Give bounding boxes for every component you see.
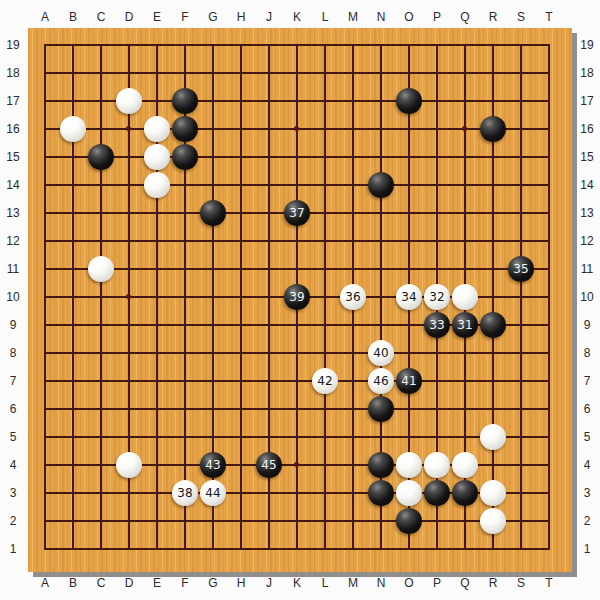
intersection-H1[interactable] — [227, 535, 255, 563]
stone-black-P9-move-33[interactable]: 33 — [424, 312, 450, 338]
intersection-F17[interactable] — [171, 87, 199, 115]
intersection-O8[interactable] — [395, 339, 423, 367]
intersection-M15[interactable] — [339, 143, 367, 171]
intersection-T11[interactable] — [535, 255, 563, 283]
intersection-M13[interactable] — [339, 199, 367, 227]
intersection-O15[interactable] — [395, 143, 423, 171]
intersection-S6[interactable] — [507, 395, 535, 423]
intersection-G8[interactable] — [199, 339, 227, 367]
stone-white-R5[interactable] — [480, 424, 506, 450]
intersection-O6[interactable] — [395, 395, 423, 423]
intersection-J16[interactable] — [255, 115, 283, 143]
intersection-D11[interactable] — [115, 255, 143, 283]
intersection-T8[interactable] — [535, 339, 563, 367]
intersection-A7[interactable] — [31, 367, 59, 395]
intersection-Q4[interactable] — [451, 451, 479, 479]
intersection-K7[interactable] — [283, 367, 311, 395]
intersection-D12[interactable] — [115, 227, 143, 255]
intersection-O10[interactable]: 34 — [395, 283, 423, 311]
intersection-H11[interactable] — [227, 255, 255, 283]
intersection-F11[interactable] — [171, 255, 199, 283]
intersection-A3[interactable] — [31, 479, 59, 507]
intersection-T12[interactable] — [535, 227, 563, 255]
intersection-Q7[interactable] — [451, 367, 479, 395]
intersection-F13[interactable] — [171, 199, 199, 227]
intersection-S15[interactable] — [507, 143, 535, 171]
intersection-D14[interactable] — [115, 171, 143, 199]
intersection-K19[interactable] — [283, 31, 311, 59]
intersection-B8[interactable] — [59, 339, 87, 367]
intersection-Q13[interactable] — [451, 199, 479, 227]
intersection-P10[interactable]: 32 — [423, 283, 451, 311]
intersection-J8[interactable] — [255, 339, 283, 367]
intersection-P4[interactable] — [423, 451, 451, 479]
intersection-F12[interactable] — [171, 227, 199, 255]
stone-black-Q3[interactable] — [452, 480, 478, 506]
intersection-P12[interactable] — [423, 227, 451, 255]
intersection-R10[interactable] — [479, 283, 507, 311]
intersection-H15[interactable] — [227, 143, 255, 171]
intersection-B11[interactable] — [59, 255, 87, 283]
intersection-C19[interactable] — [87, 31, 115, 59]
intersection-S8[interactable] — [507, 339, 535, 367]
stone-white-L7-move-42[interactable]: 42 — [312, 368, 338, 394]
intersection-C2[interactable] — [87, 507, 115, 535]
intersection-D13[interactable] — [115, 199, 143, 227]
intersection-J5[interactable] — [255, 423, 283, 451]
stone-white-D4[interactable] — [116, 452, 142, 478]
intersection-O7[interactable]: 41 — [395, 367, 423, 395]
intersection-G16[interactable] — [199, 115, 227, 143]
intersection-E1[interactable] — [143, 535, 171, 563]
intersection-H2[interactable] — [227, 507, 255, 535]
intersection-A1[interactable] — [31, 535, 59, 563]
intersection-C18[interactable] — [87, 59, 115, 87]
intersection-S4[interactable] — [507, 451, 535, 479]
stone-white-Q4[interactable] — [452, 452, 478, 478]
intersection-A9[interactable] — [31, 311, 59, 339]
intersection-C14[interactable] — [87, 171, 115, 199]
intersection-K8[interactable] — [283, 339, 311, 367]
intersection-P16[interactable] — [423, 115, 451, 143]
intersection-L4[interactable] — [311, 451, 339, 479]
intersection-D6[interactable] — [115, 395, 143, 423]
intersection-C4[interactable] — [87, 451, 115, 479]
stone-black-N14[interactable] — [368, 172, 394, 198]
intersection-G9[interactable] — [199, 311, 227, 339]
intersection-T10[interactable] — [535, 283, 563, 311]
intersection-A15[interactable] — [31, 143, 59, 171]
intersection-F6[interactable] — [171, 395, 199, 423]
intersection-D15[interactable] — [115, 143, 143, 171]
intersection-S11[interactable]: 35 — [507, 255, 535, 283]
intersection-D18[interactable] — [115, 59, 143, 87]
stone-white-P4[interactable] — [424, 452, 450, 478]
intersection-K5[interactable] — [283, 423, 311, 451]
intersection-N6[interactable] — [367, 395, 395, 423]
intersection-G11[interactable] — [199, 255, 227, 283]
intersection-D9[interactable] — [115, 311, 143, 339]
intersection-J12[interactable] — [255, 227, 283, 255]
intersection-Q2[interactable] — [451, 507, 479, 535]
intersection-A10[interactable] — [31, 283, 59, 311]
intersection-E4[interactable] — [143, 451, 171, 479]
intersection-H8[interactable] — [227, 339, 255, 367]
intersection-N9[interactable] — [367, 311, 395, 339]
intersection-C1[interactable] — [87, 535, 115, 563]
intersection-N1[interactable] — [367, 535, 395, 563]
intersection-A2[interactable] — [31, 507, 59, 535]
intersection-A11[interactable] — [31, 255, 59, 283]
intersection-K3[interactable] — [283, 479, 311, 507]
intersection-B13[interactable] — [59, 199, 87, 227]
intersection-T18[interactable] — [535, 59, 563, 87]
intersection-Q15[interactable] — [451, 143, 479, 171]
intersection-G5[interactable] — [199, 423, 227, 451]
intersection-N19[interactable] — [367, 31, 395, 59]
intersection-O11[interactable] — [395, 255, 423, 283]
stone-black-K13-move-37[interactable]: 37 — [284, 200, 310, 226]
intersection-M8[interactable] — [339, 339, 367, 367]
intersection-J9[interactable] — [255, 311, 283, 339]
stone-black-K10-move-39[interactable]: 39 — [284, 284, 310, 310]
intersection-P5[interactable] — [423, 423, 451, 451]
stone-black-J4-move-45[interactable]: 45 — [256, 452, 282, 478]
intersection-A5[interactable] — [31, 423, 59, 451]
intersection-R9[interactable] — [479, 311, 507, 339]
intersection-P15[interactable] — [423, 143, 451, 171]
intersection-S19[interactable] — [507, 31, 535, 59]
intersection-Q19[interactable] — [451, 31, 479, 59]
intersection-B10[interactable] — [59, 283, 87, 311]
intersection-H12[interactable] — [227, 227, 255, 255]
intersection-B12[interactable] — [59, 227, 87, 255]
intersection-C9[interactable] — [87, 311, 115, 339]
intersection-R12[interactable] — [479, 227, 507, 255]
intersection-B17[interactable] — [59, 87, 87, 115]
intersection-A17[interactable] — [31, 87, 59, 115]
stone-white-N7-move-46[interactable]: 46 — [368, 368, 394, 394]
intersection-L18[interactable] — [311, 59, 339, 87]
intersection-S10[interactable] — [507, 283, 535, 311]
intersection-K11[interactable] — [283, 255, 311, 283]
intersection-S18[interactable] — [507, 59, 535, 87]
intersection-M9[interactable] — [339, 311, 367, 339]
intersection-Q11[interactable] — [451, 255, 479, 283]
intersection-M19[interactable] — [339, 31, 367, 59]
intersection-M2[interactable] — [339, 507, 367, 535]
intersection-O3[interactable] — [395, 479, 423, 507]
intersection-L6[interactable] — [311, 395, 339, 423]
intersection-D1[interactable] — [115, 535, 143, 563]
intersection-G15[interactable] — [199, 143, 227, 171]
stone-black-O7-move-41[interactable]: 41 — [396, 368, 422, 394]
intersection-A8[interactable] — [31, 339, 59, 367]
intersection-M11[interactable] — [339, 255, 367, 283]
intersection-T19[interactable] — [535, 31, 563, 59]
intersection-P7[interactable] — [423, 367, 451, 395]
intersection-G14[interactable] — [199, 171, 227, 199]
intersection-T15[interactable] — [535, 143, 563, 171]
stone-black-S11-move-35[interactable]: 35 — [508, 256, 534, 282]
intersection-J7[interactable] — [255, 367, 283, 395]
stone-white-C11[interactable] — [88, 256, 114, 282]
intersection-H17[interactable] — [227, 87, 255, 115]
intersection-C10[interactable] — [87, 283, 115, 311]
stone-white-E16[interactable] — [144, 116, 170, 142]
intersection-H4[interactable] — [227, 451, 255, 479]
intersection-N8[interactable]: 40 — [367, 339, 395, 367]
intersection-A14[interactable] — [31, 171, 59, 199]
stone-black-R16[interactable] — [480, 116, 506, 142]
intersection-Q1[interactable] — [451, 535, 479, 563]
intersection-C16[interactable] — [87, 115, 115, 143]
stone-white-Q10[interactable] — [452, 284, 478, 310]
intersection-T4[interactable] — [535, 451, 563, 479]
intersection-B19[interactable] — [59, 31, 87, 59]
intersection-R16[interactable] — [479, 115, 507, 143]
stone-white-E14[interactable] — [144, 172, 170, 198]
intersection-J17[interactable] — [255, 87, 283, 115]
intersection-J3[interactable] — [255, 479, 283, 507]
stone-black-N4[interactable] — [368, 452, 394, 478]
intersection-F16[interactable] — [171, 115, 199, 143]
stone-black-F16[interactable] — [172, 116, 198, 142]
intersection-N2[interactable] — [367, 507, 395, 535]
intersection-R17[interactable] — [479, 87, 507, 115]
intersection-M10[interactable]: 36 — [339, 283, 367, 311]
intersection-E5[interactable] — [143, 423, 171, 451]
intersection-M4[interactable] — [339, 451, 367, 479]
intersection-G10[interactable] — [199, 283, 227, 311]
intersection-R4[interactable] — [479, 451, 507, 479]
intersection-F15[interactable] — [171, 143, 199, 171]
intersection-L19[interactable] — [311, 31, 339, 59]
intersection-F4[interactable] — [171, 451, 199, 479]
intersection-F7[interactable] — [171, 367, 199, 395]
intersection-K13[interactable]: 37 — [283, 199, 311, 227]
intersection-N17[interactable] — [367, 87, 395, 115]
intersection-B6[interactable] — [59, 395, 87, 423]
intersection-S5[interactable] — [507, 423, 535, 451]
intersection-R7[interactable] — [479, 367, 507, 395]
intersection-B7[interactable] — [59, 367, 87, 395]
intersection-N15[interactable] — [367, 143, 395, 171]
intersection-F14[interactable] — [171, 171, 199, 199]
intersection-H14[interactable] — [227, 171, 255, 199]
intersection-T13[interactable] — [535, 199, 563, 227]
stone-white-B16[interactable] — [60, 116, 86, 142]
intersection-S13[interactable] — [507, 199, 535, 227]
intersection-B14[interactable] — [59, 171, 87, 199]
intersection-Q12[interactable] — [451, 227, 479, 255]
intersection-H5[interactable] — [227, 423, 255, 451]
intersection-M6[interactable] — [339, 395, 367, 423]
stone-black-O2[interactable] — [396, 508, 422, 534]
intersection-N16[interactable] — [367, 115, 395, 143]
intersection-G19[interactable] — [199, 31, 227, 59]
intersection-R14[interactable] — [479, 171, 507, 199]
intersection-M5[interactable] — [339, 423, 367, 451]
intersection-J1[interactable] — [255, 535, 283, 563]
intersection-D5[interactable] — [115, 423, 143, 451]
intersection-M16[interactable] — [339, 115, 367, 143]
intersection-P2[interactable] — [423, 507, 451, 535]
intersection-J4[interactable]: 45 — [255, 451, 283, 479]
intersection-F1[interactable] — [171, 535, 199, 563]
intersection-B3[interactable] — [59, 479, 87, 507]
intersection-S3[interactable] — [507, 479, 535, 507]
intersection-E16[interactable] — [143, 115, 171, 143]
intersection-E10[interactable] — [143, 283, 171, 311]
intersection-S1[interactable] — [507, 535, 535, 563]
intersection-J10[interactable] — [255, 283, 283, 311]
intersection-Q16[interactable] — [451, 115, 479, 143]
intersection-L16[interactable] — [311, 115, 339, 143]
intersection-B15[interactable] — [59, 143, 87, 171]
intersection-A6[interactable] — [31, 395, 59, 423]
intersection-M7[interactable] — [339, 367, 367, 395]
intersection-F18[interactable] — [171, 59, 199, 87]
intersection-C5[interactable] — [87, 423, 115, 451]
intersection-S2[interactable] — [507, 507, 535, 535]
intersection-Q17[interactable] — [451, 87, 479, 115]
intersection-L15[interactable] — [311, 143, 339, 171]
intersection-Q6[interactable] — [451, 395, 479, 423]
intersection-S16[interactable] — [507, 115, 535, 143]
intersection-O4[interactable] — [395, 451, 423, 479]
intersection-A18[interactable] — [31, 59, 59, 87]
intersection-G18[interactable] — [199, 59, 227, 87]
intersection-A4[interactable] — [31, 451, 59, 479]
intersection-Q8[interactable] — [451, 339, 479, 367]
intersection-G13[interactable] — [199, 199, 227, 227]
intersection-T2[interactable] — [535, 507, 563, 535]
intersection-O14[interactable] — [395, 171, 423, 199]
stone-white-G3-move-44[interactable]: 44 — [200, 480, 226, 506]
intersection-H18[interactable] — [227, 59, 255, 87]
intersection-C15[interactable] — [87, 143, 115, 171]
intersection-C7[interactable] — [87, 367, 115, 395]
intersection-F5[interactable] — [171, 423, 199, 451]
intersection-F2[interactable] — [171, 507, 199, 535]
stone-black-G13[interactable] — [200, 200, 226, 226]
intersection-D16[interactable] — [115, 115, 143, 143]
intersection-L14[interactable] — [311, 171, 339, 199]
intersection-K14[interactable] — [283, 171, 311, 199]
stone-white-O10-move-34[interactable]: 34 — [396, 284, 422, 310]
stone-white-R2[interactable] — [480, 508, 506, 534]
intersection-B5[interactable] — [59, 423, 87, 451]
intersection-C17[interactable] — [87, 87, 115, 115]
intersection-J6[interactable] — [255, 395, 283, 423]
intersection-A13[interactable] — [31, 199, 59, 227]
intersection-E2[interactable] — [143, 507, 171, 535]
stone-white-M10-move-36[interactable]: 36 — [340, 284, 366, 310]
intersection-F19[interactable] — [171, 31, 199, 59]
intersection-Q18[interactable] — [451, 59, 479, 87]
intersection-P11[interactable] — [423, 255, 451, 283]
intersection-H10[interactable] — [227, 283, 255, 311]
stone-black-N3[interactable] — [368, 480, 394, 506]
intersection-P3[interactable] — [423, 479, 451, 507]
intersection-J14[interactable] — [255, 171, 283, 199]
intersection-H3[interactable] — [227, 479, 255, 507]
intersection-E18[interactable] — [143, 59, 171, 87]
intersection-H19[interactable] — [227, 31, 255, 59]
intersection-H13[interactable] — [227, 199, 255, 227]
intersection-C8[interactable] — [87, 339, 115, 367]
intersection-F3[interactable]: 38 — [171, 479, 199, 507]
intersection-E3[interactable] — [143, 479, 171, 507]
intersection-T9[interactable] — [535, 311, 563, 339]
stone-white-R3[interactable] — [480, 480, 506, 506]
stone-white-N8-move-40[interactable]: 40 — [368, 340, 394, 366]
intersection-R13[interactable] — [479, 199, 507, 227]
intersection-T1[interactable] — [535, 535, 563, 563]
intersection-E8[interactable] — [143, 339, 171, 367]
intersection-T7[interactable] — [535, 367, 563, 395]
stone-black-G4-move-43[interactable]: 43 — [200, 452, 226, 478]
intersection-O19[interactable] — [395, 31, 423, 59]
intersection-L1[interactable] — [311, 535, 339, 563]
intersection-O12[interactable] — [395, 227, 423, 255]
intersection-H9[interactable] — [227, 311, 255, 339]
intersection-Q10[interactable] — [451, 283, 479, 311]
intersection-K6[interactable] — [283, 395, 311, 423]
intersection-Q3[interactable] — [451, 479, 479, 507]
intersection-G6[interactable] — [199, 395, 227, 423]
intersection-G12[interactable] — [199, 227, 227, 255]
intersection-F10[interactable] — [171, 283, 199, 311]
intersection-E11[interactable] — [143, 255, 171, 283]
intersection-K4[interactable] — [283, 451, 311, 479]
intersection-J11[interactable] — [255, 255, 283, 283]
intersection-J2[interactable] — [255, 507, 283, 535]
intersection-R18[interactable] — [479, 59, 507, 87]
intersection-T16[interactable] — [535, 115, 563, 143]
intersection-K12[interactable] — [283, 227, 311, 255]
stone-black-O17[interactable] — [396, 88, 422, 114]
intersection-P17[interactable] — [423, 87, 451, 115]
intersection-F8[interactable] — [171, 339, 199, 367]
intersection-E12[interactable] — [143, 227, 171, 255]
stone-black-Q9-move-31[interactable]: 31 — [452, 312, 478, 338]
intersection-N13[interactable] — [367, 199, 395, 227]
intersection-B16[interactable] — [59, 115, 87, 143]
stone-white-O4[interactable] — [396, 452, 422, 478]
intersection-K10[interactable]: 39 — [283, 283, 311, 311]
intersection-R19[interactable] — [479, 31, 507, 59]
intersection-K2[interactable] — [283, 507, 311, 535]
intersection-R3[interactable] — [479, 479, 507, 507]
stone-black-C15[interactable] — [88, 144, 114, 170]
intersection-A16[interactable] — [31, 115, 59, 143]
intersection-G1[interactable] — [199, 535, 227, 563]
stone-black-F15[interactable] — [172, 144, 198, 170]
stone-black-N6[interactable] — [368, 396, 394, 422]
intersection-E7[interactable] — [143, 367, 171, 395]
intersection-T14[interactable] — [535, 171, 563, 199]
intersection-D3[interactable] — [115, 479, 143, 507]
intersection-R15[interactable] — [479, 143, 507, 171]
intersection-B4[interactable] — [59, 451, 87, 479]
intersection-C6[interactable] — [87, 395, 115, 423]
intersection-G4[interactable]: 43 — [199, 451, 227, 479]
intersection-C3[interactable] — [87, 479, 115, 507]
intersection-B18[interactable] — [59, 59, 87, 87]
stone-white-P10-move-32[interactable]: 32 — [424, 284, 450, 310]
